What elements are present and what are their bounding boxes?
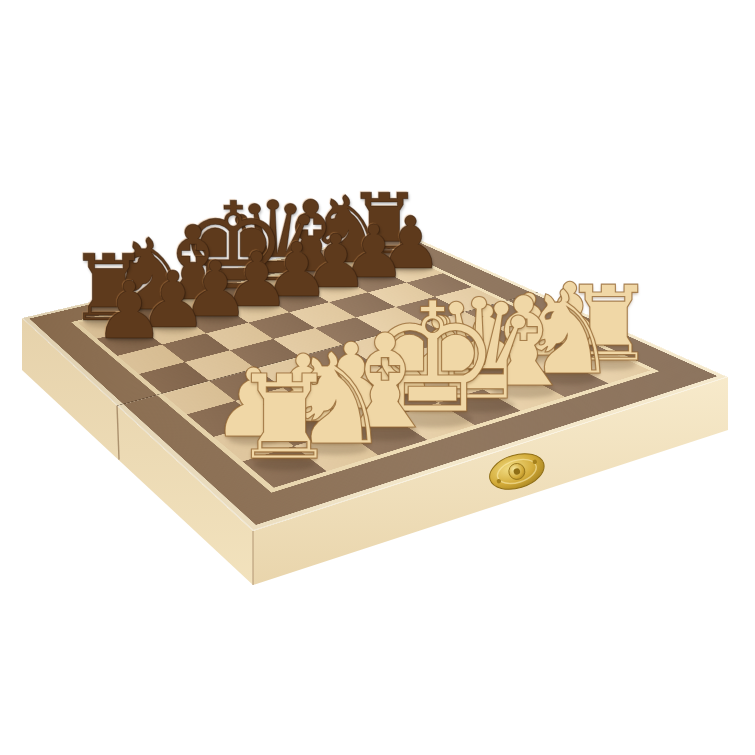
piece-black-pawn-h7[interactable]: ♟: [94, 270, 165, 349]
chess-set-photo: ♜♞♝♛♚♝♞♜♟♟♟♟♟♟♟♟♟♟♟♟♟♟♟♟♜♞♝♛♚♝♞♜: [0, 0, 755, 755]
piece-white-rook-h1[interactable]: ♜: [232, 361, 337, 478]
